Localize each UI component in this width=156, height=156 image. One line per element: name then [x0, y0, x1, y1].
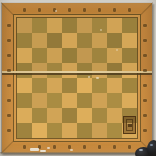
- board-grid: [17, 18, 137, 138]
- square-c3[interactable]: [47, 93, 62, 108]
- coordinate-mark: [7, 84, 11, 87]
- coordinate-mark: [38, 8, 41, 12]
- square-a4[interactable]: [17, 78, 32, 93]
- coordinate-mark: [98, 145, 101, 149]
- square-b2[interactable]: [32, 108, 47, 123]
- square-g6[interactable]: [107, 48, 122, 63]
- square-c4[interactable]: [47, 78, 62, 93]
- square-e3[interactable]: [77, 93, 92, 108]
- coordinate-mark: [7, 24, 11, 27]
- square-c2[interactable]: [47, 108, 62, 123]
- square-f1[interactable]: [92, 123, 107, 138]
- square-a1[interactable]: [17, 123, 32, 138]
- scuff-mark: [40, 150, 46, 152]
- coordinate-marks-right: [141, 18, 149, 138]
- square-b6[interactable]: [32, 48, 47, 63]
- maker-stamp: [123, 116, 136, 134]
- coordinate-mark: [68, 145, 71, 149]
- square-h7[interactable]: [122, 33, 137, 48]
- square-b7[interactable]: [32, 33, 47, 48]
- square-d8[interactable]: [62, 18, 77, 33]
- scuff-mark: [47, 147, 50, 149]
- coordinate-mark: [7, 39, 11, 42]
- square-b5[interactable]: [32, 63, 47, 78]
- square-h4[interactable]: [122, 78, 137, 93]
- coordinate-mark: [128, 8, 131, 12]
- square-g4[interactable]: [107, 78, 122, 93]
- coordinate-mark: [113, 8, 116, 12]
- square-d5[interactable]: [62, 63, 77, 78]
- coordinate-mark: [143, 129, 147, 132]
- square-d2[interactable]: [62, 108, 77, 123]
- coordinate-mark: [53, 8, 56, 12]
- coordinate-mark: [83, 145, 86, 149]
- square-a5[interactable]: [17, 63, 32, 78]
- square-f6[interactable]: [92, 48, 107, 63]
- square-h5[interactable]: [122, 63, 137, 78]
- coordinate-mark: [7, 129, 11, 132]
- coordinate-mark: [143, 54, 147, 57]
- square-e7[interactable]: [77, 33, 92, 48]
- coordinate-mark: [143, 39, 147, 42]
- square-e2[interactable]: [77, 108, 92, 123]
- maker-stamp-emblem: [126, 119, 133, 131]
- photo-canvas: [0, 0, 156, 156]
- coordinate-mark: [7, 99, 11, 102]
- coordinate-marks-left: [5, 18, 13, 138]
- square-c6[interactable]: [47, 48, 62, 63]
- square-a7[interactable]: [17, 33, 32, 48]
- square-g7[interactable]: [107, 33, 122, 48]
- square-f2[interactable]: [92, 108, 107, 123]
- square-d3[interactable]: [62, 93, 77, 108]
- square-a3[interactable]: [17, 93, 32, 108]
- square-c5[interactable]: [47, 63, 62, 78]
- square-e6[interactable]: [77, 48, 92, 63]
- scuff-mark: [30, 148, 39, 151]
- square-c7[interactable]: [47, 33, 62, 48]
- square-c1[interactable]: [47, 123, 62, 138]
- coordinate-mark: [7, 69, 11, 72]
- coordinate-mark: [83, 8, 86, 12]
- square-a8[interactable]: [17, 18, 32, 33]
- square-e1[interactable]: [77, 123, 92, 138]
- square-f3[interactable]: [92, 93, 107, 108]
- coordinate-marks-bottom: [17, 143, 137, 151]
- square-h3[interactable]: [122, 93, 137, 108]
- square-d6[interactable]: [62, 48, 77, 63]
- board-cast-shadow-right: [152, 4, 155, 154]
- scuff-mark: [55, 10, 57, 12]
- square-c8[interactable]: [47, 18, 62, 33]
- coordinate-marks-top: [17, 6, 137, 14]
- coordinate-mark: [68, 8, 71, 12]
- square-d7[interactable]: [62, 33, 77, 48]
- square-g8[interactable]: [107, 18, 122, 33]
- coordinate-mark: [38, 145, 41, 149]
- square-d1[interactable]: [62, 123, 77, 138]
- coordinate-mark: [143, 69, 147, 72]
- square-g3[interactable]: [107, 93, 122, 108]
- square-f7[interactable]: [92, 33, 107, 48]
- coordinate-mark: [143, 24, 147, 27]
- square-a2[interactable]: [17, 108, 32, 123]
- coordinate-mark: [128, 145, 131, 149]
- coordinate-mark: [143, 99, 147, 102]
- coordinate-mark: [23, 145, 26, 149]
- inner-border-band: [13, 14, 141, 142]
- square-b1[interactable]: [32, 123, 47, 138]
- chessboard: [2, 3, 152, 153]
- square-b8[interactable]: [32, 18, 47, 33]
- coordinate-mark: [143, 114, 147, 117]
- square-g2[interactable]: [107, 108, 122, 123]
- square-g1[interactable]: [107, 123, 122, 138]
- coordinate-mark: [7, 114, 11, 117]
- square-a6[interactable]: [17, 48, 32, 63]
- square-f8[interactable]: [92, 18, 107, 33]
- square-g5[interactable]: [107, 63, 122, 78]
- square-h8[interactable]: [122, 18, 137, 33]
- square-e8[interactable]: [77, 18, 92, 33]
- coordinate-mark: [113, 145, 116, 149]
- square-e4[interactable]: [77, 78, 92, 93]
- square-d4[interactable]: [62, 78, 77, 93]
- coordinate-mark: [23, 8, 26, 12]
- scuff-mark: [70, 149, 73, 151]
- coordinate-mark: [53, 145, 56, 149]
- coordinate-mark: [7, 54, 11, 57]
- square-b4[interactable]: [32, 78, 47, 93]
- square-b3[interactable]: [32, 93, 47, 108]
- square-f5[interactable]: [92, 63, 107, 78]
- square-f4[interactable]: [92, 78, 107, 93]
- square-h6[interactable]: [122, 48, 137, 63]
- coordinate-mark: [143, 84, 147, 87]
- coordinate-mark: [98, 8, 101, 12]
- square-e5[interactable]: [77, 63, 92, 78]
- inner-groove-border: [16, 17, 138, 139]
